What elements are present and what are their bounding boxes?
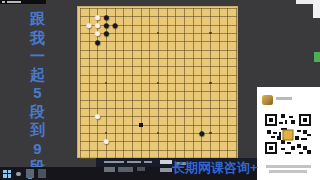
white-stone: ● xyxy=(85,21,94,29)
left-vertical-caption: 跟我一起5段到9段 xyxy=(29,11,46,174)
black-stone: ● xyxy=(197,129,206,137)
avatar xyxy=(262,95,273,106)
star-point xyxy=(102,79,111,87)
window-fragment xyxy=(104,167,115,172)
background-window-corner xyxy=(313,0,320,18)
star-point xyxy=(154,29,163,37)
white-stone: ● xyxy=(102,137,111,145)
star-point xyxy=(206,79,215,87)
star-point xyxy=(154,79,163,87)
window-titlebar xyxy=(0,0,46,4)
white-stone: ● xyxy=(93,29,102,37)
window-fragment xyxy=(127,161,141,164)
star-point xyxy=(206,129,215,137)
white-stone: ● xyxy=(93,112,102,120)
star-point xyxy=(206,29,215,37)
star-point xyxy=(154,129,163,137)
window-fragment xyxy=(160,160,172,164)
taskbar-app-icon[interactable] xyxy=(38,169,46,178)
caption-char: 5 xyxy=(33,85,41,100)
caption-char: 段 xyxy=(30,104,45,119)
window-fragment xyxy=(104,161,124,164)
taskbar-app-active-icon[interactable] xyxy=(26,169,34,178)
window-icon xyxy=(2,1,5,3)
window-fragment xyxy=(118,167,133,172)
search-icon[interactable] xyxy=(16,172,21,177)
window-title-text xyxy=(7,1,21,3)
wechat-icon xyxy=(314,52,320,62)
qr-caption-text xyxy=(269,170,307,173)
caption-char: 到 xyxy=(30,122,45,137)
caption-char: 我 xyxy=(30,30,45,45)
window-fragment xyxy=(160,168,172,172)
black-stone: ● xyxy=(102,29,111,37)
caption-char: 9 xyxy=(33,141,41,156)
caption-char: 起 xyxy=(30,67,45,82)
window-fragment xyxy=(144,161,152,164)
square-marker xyxy=(137,120,146,128)
qr-code xyxy=(265,114,311,156)
board-grid: ●●●●●●●●●●●● xyxy=(76,4,241,162)
promo-caption: 长期网课咨询+ xyxy=(172,159,262,177)
black-stone: ● xyxy=(111,21,120,29)
contact-name-text xyxy=(276,97,292,100)
contact-panel xyxy=(257,87,320,180)
caption-char: 跟 xyxy=(30,11,45,26)
window-fragment xyxy=(137,167,145,171)
caption-char: 一 xyxy=(30,48,45,63)
qr-caption-text xyxy=(266,165,311,168)
windows-start-icon[interactable] xyxy=(3,170,11,178)
go-board: ●●●●●●●●●●●● xyxy=(77,6,238,159)
